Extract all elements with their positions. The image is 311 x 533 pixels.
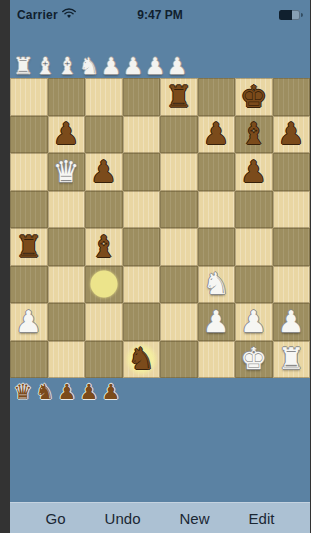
square-e2[interactable]: [160, 303, 198, 341]
square-a2[interactable]: ♟: [10, 303, 48, 341]
captured-white-bishop: ♝: [56, 55, 78, 78]
captured-black-pawn: ♟: [100, 382, 122, 403]
square-g1[interactable]: ♚: [235, 341, 273, 379]
captured-white-bishop: ♝: [34, 55, 56, 78]
piece-black-rook: ♜: [165, 82, 192, 112]
square-a4[interactable]: ♜: [10, 228, 48, 266]
square-h5[interactable]: [273, 191, 311, 229]
square-b1[interactable]: [48, 341, 86, 379]
square-a7[interactable]: [10, 116, 48, 154]
square-d4[interactable]: [123, 228, 161, 266]
square-e1[interactable]: [160, 341, 198, 379]
square-f6[interactable]: [198, 153, 236, 191]
square-d1[interactable]: ♞: [123, 341, 161, 379]
square-d5[interactable]: [123, 191, 161, 229]
piece-white-queen: ♛: [53, 157, 80, 187]
square-g8[interactable]: ♚: [235, 78, 273, 116]
bottom-toolbar: Go Undo New Edit: [10, 502, 310, 533]
square-a5[interactable]: [10, 191, 48, 229]
square-g3[interactable]: [235, 266, 273, 304]
square-c7[interactable]: [85, 116, 123, 154]
square-f4[interactable]: [198, 228, 236, 266]
square-h4[interactable]: [273, 228, 311, 266]
square-g4[interactable]: [235, 228, 273, 266]
square-f5[interactable]: [198, 191, 236, 229]
square-b2[interactable]: [48, 303, 86, 341]
square-a1[interactable]: [10, 341, 48, 379]
captured-white-pawn: ♟: [122, 55, 144, 78]
battery-icon: [279, 10, 303, 20]
square-f2[interactable]: ♟: [198, 303, 236, 341]
square-a3[interactable]: [10, 266, 48, 304]
square-c2[interactable]: [85, 303, 123, 341]
piece-black-pawn: ♟: [90, 157, 117, 187]
square-c4[interactable]: ♝: [85, 228, 123, 266]
square-h3[interactable]: [273, 266, 311, 304]
square-h2[interactable]: ♟: [273, 303, 311, 341]
square-e6[interactable]: [160, 153, 198, 191]
square-d2[interactable]: [123, 303, 161, 341]
captured-white-knight: ♞: [78, 55, 100, 78]
square-c5[interactable]: [85, 191, 123, 229]
go-button[interactable]: Go: [40, 508, 72, 529]
square-h1[interactable]: ♜: [273, 341, 311, 379]
piece-black-pawn: ♟: [278, 119, 305, 149]
square-e7[interactable]: [160, 116, 198, 154]
status-bar: Carrier 9:47 PM: [10, 0, 310, 24]
square-f1[interactable]: [198, 341, 236, 379]
square-b5[interactable]: [48, 191, 86, 229]
empty-area: [10, 406, 310, 502]
square-h7[interactable]: ♟: [273, 116, 311, 154]
square-g6[interactable]: ♟: [235, 153, 273, 191]
wifi-icon: [62, 8, 76, 22]
square-h8[interactable]: [273, 78, 311, 116]
captured-black-knight: ♞: [34, 382, 56, 403]
square-d3[interactable]: [123, 266, 161, 304]
new-button[interactable]: New: [174, 508, 216, 529]
square-b3[interactable]: [48, 266, 86, 304]
square-d8[interactable]: [123, 78, 161, 116]
square-f7[interactable]: ♟: [198, 116, 236, 154]
piece-white-king: ♚: [240, 344, 267, 374]
undo-button[interactable]: Undo: [99, 508, 147, 529]
square-a8[interactable]: [10, 78, 48, 116]
square-g5[interactable]: [235, 191, 273, 229]
square-b4[interactable]: [48, 228, 86, 266]
captured-white-rook: ♜: [12, 55, 34, 78]
square-b8[interactable]: [48, 78, 86, 116]
captured-black-pawn: ♟: [78, 382, 100, 403]
chess-board[interactable]: ♜♚♟♟♝♟♛♟♟♜♝♞♟♟♟♟♞♚♜: [10, 78, 310, 378]
piece-white-knight: ♞: [203, 269, 230, 299]
piece-black-bishop: ♝: [240, 119, 267, 149]
square-e8[interactable]: ♜: [160, 78, 198, 116]
piece-black-pawn: ♟: [203, 119, 230, 149]
piece-white-pawn: ♟: [203, 307, 230, 337]
edit-button[interactable]: Edit: [243, 508, 281, 529]
square-e3[interactable]: [160, 266, 198, 304]
square-f8[interactable]: [198, 78, 236, 116]
piece-black-pawn: ♟: [240, 157, 267, 187]
piece-black-pawn: ♟: [53, 119, 80, 149]
piece-black-rook: ♜: [15, 232, 42, 262]
square-b7[interactable]: ♟: [48, 116, 86, 154]
piece-black-bishop: ♝: [90, 232, 117, 262]
square-g2[interactable]: ♟: [235, 303, 273, 341]
square-a6[interactable]: [10, 153, 48, 191]
square-d6[interactable]: [123, 153, 161, 191]
square-e5[interactable]: [160, 191, 198, 229]
square-c8[interactable]: [85, 78, 123, 116]
captured-black-tray: ♛♞♟♟♟: [10, 382, 310, 406]
captured-white-pawn: ♟: [100, 55, 122, 78]
square-f3[interactable]: ♞: [198, 266, 236, 304]
captured-white-pawn: ♟: [144, 55, 166, 78]
square-g7[interactable]: ♝: [235, 116, 273, 154]
piece-black-king: ♚: [240, 82, 267, 112]
square-c3[interactable]: [85, 266, 123, 304]
square-e4[interactable]: [160, 228, 198, 266]
piece-white-pawn: ♟: [278, 307, 305, 337]
chess-app-screen: Carrier 9:47 PM ♜♝♝♞♟♟♟♟ ♜♚♟♟♝♟♛♟♟♜♝♞♟♟♟…: [10, 0, 310, 533]
square-c6[interactable]: ♟: [85, 153, 123, 191]
square-h6[interactable]: [273, 153, 311, 191]
square-c1[interactable]: [85, 341, 123, 379]
captured-black-pawn: ♟: [56, 382, 78, 403]
square-b6[interactable]: ♛: [48, 153, 86, 191]
captured-white-tray: ♜♝♝♞♟♟♟♟: [10, 52, 310, 78]
piece-white-pawn: ♟: [240, 307, 267, 337]
captured-black-queen: ♛: [12, 382, 34, 403]
square-d7[interactable]: [123, 116, 161, 154]
move-highlight-dot: [90, 271, 117, 298]
captured-white-pawn: ♟: [166, 55, 188, 78]
carrier-label: Carrier: [17, 8, 58, 22]
piece-black-knight: ♞: [128, 344, 155, 374]
piece-white-pawn: ♟: [15, 307, 42, 337]
piece-white-rook: ♜: [278, 344, 305, 374]
